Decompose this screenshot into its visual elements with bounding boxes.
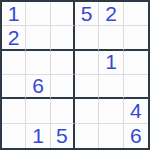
cell-r6c5[interactable] [99,124,123,148]
cell-r2c6[interactable] [124,26,148,50]
cell-r5c5[interactable] [99,99,123,123]
cell-r4c4[interactable] [75,75,99,99]
cell-r3c5[interactable]: 1 [99,51,123,75]
cell-r6c4[interactable] [75,124,99,148]
cell-r3c2[interactable] [26,51,50,75]
cell-r1c4[interactable]: 5 [75,2,99,26]
cell-r4c5[interactable] [99,75,123,99]
cell-r4c1[interactable] [2,75,26,99]
cell-r4c6[interactable] [124,75,148,99]
cell-r6c6[interactable]: 6 [124,124,148,148]
cell-r5c3[interactable] [51,99,75,123]
cell-r1c6[interactable] [124,2,148,26]
cell-r5c2[interactable] [26,99,50,123]
cell-r1c3[interactable] [51,2,75,26]
cell-r2c5[interactable] [99,26,123,50]
cell-r2c1[interactable]: 2 [2,26,26,50]
cell-r1c5[interactable]: 2 [99,2,123,26]
cell-r3c6[interactable] [124,51,148,75]
cell-r2c2[interactable] [26,26,50,50]
cell-r3c1[interactable] [2,51,26,75]
cell-r6c1[interactable] [2,124,26,148]
cell-r5c1[interactable] [2,99,26,123]
cell-r4c3[interactable] [51,75,75,99]
cell-r1c2[interactable] [26,2,50,26]
sudoku-board: 1 5 2 2 1 6 4 1 5 6 [0,0,150,150]
cell-r5c4[interactable] [75,99,99,123]
cell-r3c4[interactable] [75,51,99,75]
cell-r3c3[interactable] [51,51,75,75]
cell-r2c3[interactable] [51,26,75,50]
cell-r6c3[interactable]: 5 [51,124,75,148]
cell-r4c2[interactable]: 6 [26,75,50,99]
cell-r5c6[interactable]: 4 [124,99,148,123]
cell-r6c2[interactable]: 1 [26,124,50,148]
cell-r1c1[interactable]: 1 [2,2,26,26]
cell-r2c4[interactable] [75,26,99,50]
